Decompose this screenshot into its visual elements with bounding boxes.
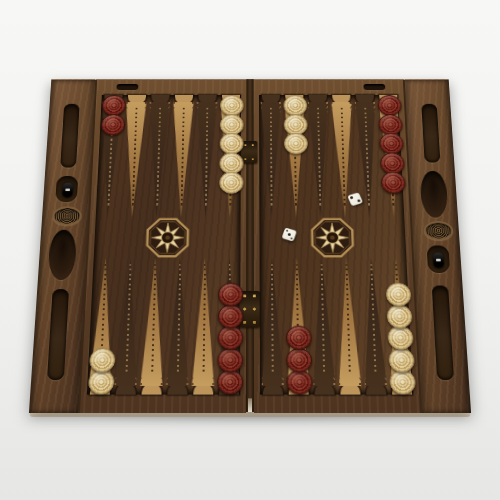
point-triangle <box>306 102 333 217</box>
red-checker-point-8[interactable] <box>286 326 312 350</box>
white-checker-point-17[interactable] <box>283 95 307 116</box>
white-checker-point-12[interactable] <box>389 370 416 395</box>
point-triangle <box>309 258 337 386</box>
backgammon-board <box>29 79 471 412</box>
white-checker-point-12[interactable] <box>385 283 411 307</box>
latch-switch-icon[interactable] <box>62 182 73 196</box>
point-20[interactable] <box>193 95 219 218</box>
playing-field-left <box>86 95 241 395</box>
point-triangle <box>260 258 286 386</box>
checker-storage-groove <box>431 286 453 381</box>
point-triangle <box>169 102 196 217</box>
die-2-showing-3[interactable] <box>281 227 296 241</box>
photo-background <box>0 0 500 500</box>
point-22[interactable] <box>144 95 172 218</box>
checker-storage-groove <box>47 289 69 380</box>
brand-badge <box>52 206 82 225</box>
red-checker-point-13[interactable] <box>381 172 406 194</box>
red-checker-point-8[interactable] <box>286 370 312 395</box>
board-half-right <box>254 79 421 413</box>
latch-left[interactable] <box>56 176 79 202</box>
red-checker-point-13[interactable] <box>380 152 405 174</box>
point-triangle <box>138 258 167 386</box>
white-checker-point-17[interactable] <box>284 133 308 154</box>
star-medallion <box>309 217 356 259</box>
red-checker-point-13[interactable] <box>379 133 404 154</box>
latch-right[interactable] <box>426 245 450 272</box>
brand-badge <box>423 221 453 240</box>
oval-cup-recess <box>419 171 448 218</box>
white-checker-point-19[interactable] <box>220 95 244 116</box>
red-checker-point-8[interactable] <box>286 348 312 373</box>
latch-slot <box>116 84 138 90</box>
point-21[interactable] <box>169 95 196 218</box>
red-checker-point-6[interactable] <box>217 304 242 328</box>
red-checker-point-13[interactable] <box>377 95 402 116</box>
point-triangle <box>144 102 171 217</box>
white-checker-point-19[interactable] <box>219 152 243 174</box>
red-checker-point-6[interactable] <box>217 348 243 373</box>
point-5[interactable] <box>190 258 217 395</box>
white-checker-point-1[interactable] <box>89 348 116 373</box>
red-checker-point-6[interactable] <box>218 283 243 307</box>
point-triangle <box>259 102 284 217</box>
point-18[interactable] <box>259 95 284 218</box>
red-checker-point-6[interactable] <box>217 370 243 395</box>
checker-storage-groove <box>421 104 440 163</box>
board-perspective-wrap <box>29 79 471 412</box>
point-7[interactable] <box>260 258 286 395</box>
white-checker-point-19[interactable] <box>219 114 243 135</box>
board-half-left <box>80 79 247 413</box>
checker-storage-groove <box>60 104 79 168</box>
seam-light-gap <box>248 398 252 412</box>
point-16[interactable] <box>306 95 333 218</box>
point-3[interactable] <box>138 258 167 395</box>
oval-cup-recess <box>48 230 78 280</box>
playing-field-right <box>259 95 414 395</box>
hinge-top <box>241 141 258 163</box>
point-triangle <box>190 258 217 386</box>
point-4[interactable] <box>164 258 192 395</box>
point-triangle <box>193 102 219 217</box>
latch-slot <box>363 84 385 90</box>
white-checker-point-17[interactable] <box>284 114 308 135</box>
red-checker-point-13[interactable] <box>378 114 403 135</box>
point-triangle <box>164 258 192 386</box>
star-medallion <box>144 217 191 259</box>
white-checker-point-12[interactable] <box>387 326 414 350</box>
red-checker-point-6[interactable] <box>217 326 243 350</box>
point-9[interactable] <box>309 258 337 395</box>
latch-switch-icon[interactable] <box>433 252 444 267</box>
white-checker-point-19[interactable] <box>219 172 243 194</box>
white-checker-point-19[interactable] <box>219 133 243 154</box>
red-checker-point-24[interactable] <box>100 114 125 135</box>
